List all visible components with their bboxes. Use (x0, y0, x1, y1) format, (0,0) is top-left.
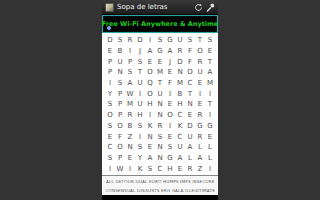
grid-cell-r7c7[interactable]: E (165, 99, 175, 110)
grid-cell-r5c6[interactable]: T (155, 78, 165, 89)
grid-cell-r4c11[interactable]: A (205, 67, 215, 78)
grid-cell-r11c3[interactable]: N (125, 142, 135, 153)
grid-cell-r7c1[interactable]: S (105, 99, 115, 110)
grid-cell-r4c3[interactable]: S (125, 67, 135, 78)
grid-cell-r10c2[interactable]: F (115, 131, 125, 142)
grid-cell-r9c5[interactable]: K (145, 121, 155, 132)
grid-cell-r4c8[interactable]: N (175, 67, 185, 78)
grid-cell-r6c2[interactable]: P (115, 88, 125, 99)
grid-cell-r9c4[interactable]: S (135, 121, 145, 132)
grid-cell-r13c3[interactable]: I (125, 163, 135, 174)
grid-cell-r9c3[interactable]: B (125, 121, 135, 132)
grid-cell-r3c1[interactable]: P (105, 56, 115, 67)
grid-cell-r6c10[interactable]: I (195, 88, 205, 99)
grid-cell-r2c9[interactable]: F (185, 46, 195, 57)
grid-cell-r1c7[interactable]: G (165, 35, 175, 46)
grid-cell-r1c6[interactable]: S (155, 35, 165, 46)
grid-cell-r1c8[interactable]: U (175, 35, 185, 46)
grid-cell-r11c10[interactable]: L (195, 142, 205, 153)
grid-cell-r12c3[interactable]: E (125, 153, 135, 164)
grid-cell-r1c10[interactable]: T (195, 35, 205, 46)
grid-cell-r7c10[interactable]: E (195, 99, 205, 110)
grid-cell-r6c7[interactable]: I (165, 88, 175, 99)
grid-cell-r10c5[interactable]: N (145, 131, 155, 142)
grid-cell-r6c8[interactable]: B (175, 88, 185, 99)
grid-cell-r3c5[interactable]: E (145, 56, 155, 67)
grid-cell-r13c5[interactable]: S (145, 163, 155, 174)
grid-cell-r9c9[interactable]: D (185, 121, 195, 132)
grid-cell-r4c5[interactable]: O (145, 67, 155, 78)
grid-cell-r12c2[interactable]: P (115, 153, 125, 164)
grid-cell-r2c2[interactable]: B (115, 46, 125, 57)
grid-cell-r9c6[interactable]: R (155, 121, 165, 132)
grid-cell-r3c9[interactable]: F (185, 56, 195, 67)
grid-cell-r10c9[interactable]: U (185, 131, 195, 142)
grid-cell-r3c4[interactable]: S (135, 56, 145, 67)
grid-cell-r7c2[interactable]: P (115, 99, 125, 110)
grid-cell-r1c2[interactable]: S (115, 35, 125, 46)
grid-cell-r6c5[interactable]: O (145, 88, 155, 99)
grid-cell-r13c6[interactable]: C (155, 163, 165, 174)
grid-cell-r11c2[interactable]: O (115, 142, 125, 153)
grid-cell-r11c7[interactable]: S (165, 142, 175, 153)
grid-cell-r10c10[interactable]: R (195, 131, 205, 142)
grid-cell-r12c9[interactable]: L (185, 153, 195, 164)
grid-cell-r13c8[interactable]: E (175, 163, 185, 174)
grid-cell-r11c5[interactable]: E (145, 142, 155, 153)
grid-cell-r7c5[interactable]: H (145, 99, 155, 110)
grid-cell-r12c6[interactable]: N (155, 153, 165, 164)
grid-cell-r1c9[interactable]: S (185, 35, 195, 46)
grid-cell-r7c4[interactable]: U (135, 99, 145, 110)
grid-cell-r10c6[interactable]: S (155, 131, 165, 142)
grid-cell-r1c5[interactable]: I (145, 35, 155, 46)
refresh-icon[interactable] (194, 3, 203, 12)
grid-cell-r6c6[interactable]: U (155, 88, 165, 99)
grid-cell-r9c8[interactable]: K (175, 121, 185, 132)
grid-cell-r5c3[interactable]: A (125, 78, 135, 89)
grid-cell-r3c8[interactable]: D (175, 56, 185, 67)
grid-cell-r7c11[interactable]: T (205, 99, 215, 110)
grid-cell-r12c10[interactable]: A (195, 153, 205, 164)
grid-cell-r2c11[interactable]: E (205, 46, 215, 57)
grid-cell-r4c1[interactable]: P (105, 67, 115, 78)
grid-cell-r9c1[interactable]: S (105, 121, 115, 132)
grid-cell-r7c6[interactable]: N (155, 99, 165, 110)
grid-cell-r13c4[interactable]: K (135, 163, 145, 174)
word-list: ALL DETOUR DUAL EURO HUMPS IMPS INSECURE… (102, 175, 218, 195)
board-area: DSRDISGUSTSEBIJAGARFOEPUPSEEJDFRTPNSTOME… (102, 33, 218, 175)
grid-cell-r2c6[interactable]: G (155, 46, 165, 57)
grid-cell-r4c6[interactable]: M (155, 67, 165, 78)
grid-cell-r7c3[interactable]: M (125, 99, 135, 110)
grid-cell-r2c4[interactable]: J (135, 46, 145, 57)
grid-cell-r8c11[interactable]: I (205, 110, 215, 121)
grid-cell-r8c5[interactable]: I (145, 110, 155, 121)
grid-cell-r10c8[interactable]: C (175, 131, 185, 142)
grid-cell-r12c11[interactable]: L (205, 153, 215, 164)
grid-cell-r3c3[interactable]: P (125, 56, 135, 67)
grid-cell-r6c9[interactable]: T (185, 88, 195, 99)
grid-cell-r8c1[interactable]: O (105, 110, 115, 121)
grid-cell-r11c8[interactable]: U (175, 142, 185, 153)
grid-cell-r2c7[interactable]: A (165, 46, 175, 57)
grid-cell-r8c8[interactable]: C (175, 110, 185, 121)
app-icon (105, 3, 114, 12)
grid-cell-r9c11[interactable]: G (205, 121, 215, 132)
grid-cell-r4c7[interactable]: E (165, 67, 175, 78)
grid-cell-r1c1[interactable]: D (105, 35, 115, 46)
grid-cell-r3c2[interactable]: U (115, 56, 125, 67)
grid-cell-r7c9[interactable]: N (185, 99, 195, 110)
grid-cell-r2c5[interactable]: A (145, 46, 155, 57)
word-list-line-1: ALL DETOUR DUAL EURO HUMPS IMPS INSECURE (106, 179, 214, 184)
grid-cell-r9c10[interactable]: G (195, 121, 205, 132)
grid-cell-r11c11[interactable]: L (205, 142, 215, 153)
grid-cell-r6c3[interactable]: W (125, 88, 135, 99)
grid-cell-r7c8[interactable]: H (175, 99, 185, 110)
grid-cell-r6c4[interactable]: I (135, 88, 145, 99)
grid-cell-r5c10[interactable]: E (195, 78, 205, 89)
grid-cell-r5c4[interactable]: U (135, 78, 145, 89)
grid-cell-r6c11[interactable]: I (205, 88, 215, 99)
grid-cell-r1c11[interactable]: S (205, 35, 215, 46)
grid-cell-r5c8[interactable]: M (175, 78, 185, 89)
grid-cell-r13c1[interactable]: I (105, 163, 115, 174)
grid-cell-r3c7[interactable]: J (165, 56, 175, 67)
grid-cell-r8c2[interactable]: P (115, 110, 125, 121)
bottom-strip (102, 195, 218, 200)
grid-cell-r13c9[interactable]: R (185, 163, 195, 174)
ad-text[interactable]: Free Wi-Fi Anywhere & Anytime (102, 20, 218, 28)
grid-cell-r8c6[interactable]: N (155, 110, 165, 121)
grid-cell-r8c3[interactable]: R (125, 110, 135, 121)
ad-banner[interactable]: Free Wi-Fi Anywhere & Anytime (102, 15, 218, 33)
grid-cell-r3c11[interactable]: T (205, 56, 215, 67)
grid-cell-r8c4[interactable]: H (135, 110, 145, 121)
grid-cell-r1c3[interactable]: R (125, 35, 135, 46)
grid-cell-r13c11[interactable]: I (205, 163, 215, 174)
grid-cell-r11c1[interactable]: C (105, 142, 115, 153)
grid-cell-r10c11[interactable]: E (205, 131, 215, 142)
letter-grid[interactable]: DSRDISGUSTSEBIJAGARFOEPUPSEEJDFRTPNSTOME… (105, 35, 215, 174)
grid-cell-r9c2[interactable]: O (115, 121, 125, 132)
grid-cell-r5c5[interactable]: Q (145, 78, 155, 89)
grid-cell-r5c11[interactable]: M (205, 78, 215, 89)
grid-cell-r5c2[interactable]: S (115, 78, 125, 89)
grid-cell-r2c3[interactable]: I (125, 46, 135, 57)
grid-cell-r5c7[interactable]: F (165, 78, 175, 89)
grid-cell-r5c9[interactable]: C (185, 78, 195, 89)
grid-cell-r2c8[interactable]: R (175, 46, 185, 57)
ad-info-icon (107, 26, 111, 30)
grid-cell-r4c9[interactable]: O (185, 67, 195, 78)
page-title: Sopa de letras (117, 3, 191, 12)
grid-cell-r8c9[interactable]: E (185, 110, 195, 121)
grid-cell-r12c4[interactable]: Y (135, 153, 145, 164)
wrench-icon[interactable] (206, 3, 215, 12)
grid-cell-r13c10[interactable]: Z (195, 163, 205, 174)
app-window: Sopa de letras Free Wi-Fi Anywhere & Any… (102, 0, 218, 200)
grid-cell-r11c6[interactable]: N (155, 142, 165, 153)
word-list-line-2: CONSENSUAL DISGUSTS ERG GALA ILLEGITIMAT… (105, 188, 214, 193)
grid-cell-r12c5[interactable]: A (145, 153, 155, 164)
grid-cell-r11c4[interactable]: S (135, 142, 145, 153)
grid-cell-r3c10[interactable]: R (195, 56, 205, 67)
grid-cell-r11c9[interactable]: A (185, 142, 195, 153)
grid-cell-r4c10[interactable]: U (195, 67, 205, 78)
grid-cell-r4c4[interactable]: T (135, 67, 145, 78)
grid-cell-r6c1[interactable]: Y (105, 88, 115, 99)
grid-cell-r4c2[interactable]: N (115, 67, 125, 78)
grid-cell-r8c7[interactable]: O (165, 110, 175, 121)
grid-cell-r12c8[interactable]: A (175, 153, 185, 164)
grid-cell-r10c1[interactable]: E (105, 131, 115, 142)
grid-cell-r5c1[interactable]: I (105, 78, 115, 89)
grid-cell-r12c7[interactable]: G (165, 153, 175, 164)
grid-cell-r9c7[interactable]: I (165, 121, 175, 132)
grid-cell-r3c6[interactable]: E (155, 56, 165, 67)
grid-cell-r10c3[interactable]: Z (125, 131, 135, 142)
grid-cell-r12c1[interactable]: S (105, 153, 115, 164)
grid-cell-r2c10[interactable]: O (195, 46, 205, 57)
grid-cell-r1c4[interactable]: D (135, 35, 145, 46)
grid-cell-r2c1[interactable]: E (105, 46, 115, 57)
grid-cell-r10c7[interactable]: E (165, 131, 175, 142)
grid-cell-r13c7[interactable]: H (165, 163, 175, 174)
grid-cell-r13c2[interactable]: W (115, 163, 125, 174)
grid-cell-r10c4[interactable]: I (135, 131, 145, 142)
grid-cell-r8c10[interactable]: R (195, 110, 205, 121)
title-bar: Sopa de letras (102, 0, 218, 15)
